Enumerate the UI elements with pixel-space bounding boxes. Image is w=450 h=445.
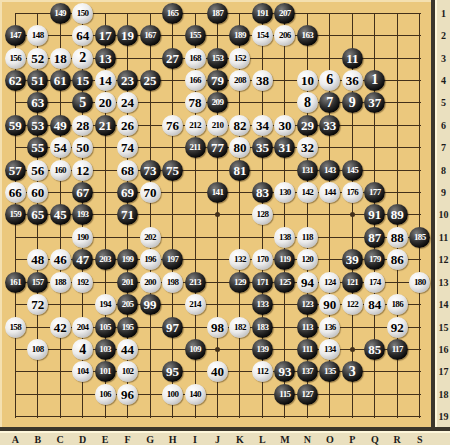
- black-stone-D5-move-5[interactable]: 5: [72, 92, 93, 113]
- board-cell-E16[interactable]: 103: [94, 338, 116, 360]
- white-stone-L4-move-38[interactable]: 38: [252, 70, 273, 91]
- board-cell-F12[interactable]: 199: [116, 249, 138, 271]
- board-cell-L18[interactable]: [251, 383, 273, 405]
- board-cell-J7[interactable]: 77: [206, 137, 228, 159]
- white-stone-E5-move-20[interactable]: 20: [95, 92, 116, 113]
- board-cell-A19[interactable]: [4, 406, 26, 428]
- white-stone-R15-move-92[interactable]: 92: [387, 317, 408, 338]
- black-stone-J1-move-187[interactable]: 187: [207, 3, 228, 24]
- board-cell-C3[interactable]: 18: [49, 47, 71, 69]
- board-cell-R17[interactable]: [386, 361, 408, 383]
- board-cell-D12[interactable]: 47: [71, 249, 93, 271]
- board-cell-L12[interactable]: 170: [251, 249, 273, 271]
- board-cell-N13[interactable]: 94: [296, 271, 318, 293]
- white-stone-H13-move-198[interactable]: 198: [162, 272, 183, 293]
- board-cell-C5[interactable]: [49, 92, 71, 114]
- board-cell-R3[interactable]: [386, 47, 408, 69]
- board-cell-D2[interactable]: 64: [71, 24, 93, 46]
- white-stone-K15-move-182[interactable]: 182: [229, 317, 250, 338]
- board-cell-G14[interactable]: 99: [139, 293, 161, 315]
- white-stone-K4-move-208[interactable]: 208: [229, 70, 250, 91]
- board-cell-D5[interactable]: 5: [71, 92, 93, 114]
- black-stone-N16-move-111[interactable]: 111: [297, 339, 318, 360]
- board-cell-I9[interactable]: [184, 181, 206, 203]
- board-cell-B5[interactable]: 63: [26, 92, 48, 114]
- board-cell-S13[interactable]: 180: [409, 271, 431, 293]
- black-stone-N15-move-113[interactable]: 113: [297, 317, 318, 338]
- white-stone-D11-move-190[interactable]: 190: [72, 227, 93, 248]
- white-stone-H18-move-100[interactable]: 100: [162, 384, 183, 405]
- black-stone-O5-move-7[interactable]: 7: [319, 92, 340, 113]
- board-cell-F3[interactable]: [116, 47, 138, 69]
- board-cell-G17[interactable]: [139, 361, 161, 383]
- black-stone-M7-move-31[interactable]: 31: [274, 137, 295, 158]
- board-cell-D19[interactable]: [71, 406, 93, 428]
- board-cell-E4[interactable]: 14: [94, 69, 116, 91]
- black-stone-J5-move-209[interactable]: 209: [207, 92, 228, 113]
- board-cell-F13[interactable]: 201: [116, 271, 138, 293]
- board-cell-M3[interactable]: [274, 47, 296, 69]
- board-cell-D1[interactable]: 150: [71, 2, 93, 24]
- board-cell-C13[interactable]: 188: [49, 271, 71, 293]
- black-stone-P12-move-39[interactable]: 39: [342, 249, 363, 270]
- board-cell-S17[interactable]: [409, 361, 431, 383]
- board-cell-R11[interactable]: 88: [386, 226, 408, 248]
- board-cell-N5[interactable]: 8: [296, 92, 318, 114]
- board-cell-Q4[interactable]: 1: [364, 69, 386, 91]
- board-cell-Q16[interactable]: 85: [364, 338, 386, 360]
- board-cell-R19[interactable]: [386, 406, 408, 428]
- board-cell-D10[interactable]: 193: [71, 204, 93, 226]
- board-cell-A10[interactable]: 159: [4, 204, 26, 226]
- white-stone-K6-move-82[interactable]: 82: [229, 115, 250, 136]
- black-stone-B5-move-63[interactable]: 63: [27, 92, 48, 113]
- board-cell-J15[interactable]: 98: [206, 316, 228, 338]
- board-cell-D13[interactable]: 192: [71, 271, 93, 293]
- white-stone-C8-move-160[interactable]: 160: [50, 160, 71, 181]
- white-stone-D13-move-192[interactable]: 192: [72, 272, 93, 293]
- board-cell-O18[interactable]: [319, 383, 341, 405]
- board-cell-Q1[interactable]: [364, 2, 386, 24]
- board-cell-R8[interactable]: [386, 159, 408, 181]
- board-cell-B12[interactable]: 48: [26, 249, 48, 271]
- board-cell-L8[interactable]: [251, 159, 273, 181]
- board-cell-M10[interactable]: [274, 204, 296, 226]
- black-stone-E6-move-21[interactable]: 21: [95, 115, 116, 136]
- board-cell-N8[interactable]: 131: [296, 159, 318, 181]
- board-cell-I8[interactable]: [184, 159, 206, 181]
- board-cell-Q12[interactable]: 179: [364, 249, 386, 271]
- black-stone-S11-move-185[interactable]: 185: [409, 227, 430, 248]
- black-stone-N18-move-127[interactable]: 127: [297, 384, 318, 405]
- black-stone-B10-move-65[interactable]: 65: [27, 204, 48, 225]
- board-cell-K11[interactable]: [229, 226, 251, 248]
- white-stone-J17-move-40[interactable]: 40: [207, 361, 228, 382]
- board-cell-M6[interactable]: 30: [274, 114, 296, 136]
- black-stone-L13-move-171[interactable]: 171: [252, 272, 273, 293]
- board-cell-M5[interactable]: [274, 92, 296, 114]
- board-cell-O4[interactable]: 6: [319, 69, 341, 91]
- board-cell-E9[interactable]: [94, 181, 116, 203]
- board-cell-Q13[interactable]: 174: [364, 271, 386, 293]
- black-stone-N17-move-137[interactable]: 137: [297, 361, 318, 382]
- board-cell-A12[interactable]: [4, 249, 26, 271]
- board-cell-M1[interactable]: 207: [274, 2, 296, 24]
- black-stone-P8-move-145[interactable]: 145: [342, 160, 363, 181]
- board-cell-P2[interactable]: [341, 24, 363, 46]
- board-cell-D16[interactable]: 4: [71, 338, 93, 360]
- board-cell-P18[interactable]: [341, 383, 363, 405]
- board-cell-S11[interactable]: 185: [409, 226, 431, 248]
- board-cell-H3[interactable]: 27: [161, 47, 183, 69]
- board-cell-R10[interactable]: 89: [386, 204, 408, 226]
- black-stone-F2-move-19[interactable]: 19: [117, 25, 138, 46]
- board-cell-M16[interactable]: [274, 338, 296, 360]
- black-stone-D4-move-15[interactable]: 15: [72, 70, 93, 91]
- board-cell-C9[interactable]: [49, 181, 71, 203]
- board-cell-O17[interactable]: 135: [319, 361, 341, 383]
- board-cell-O15[interactable]: 136: [319, 316, 341, 338]
- board-cell-N1[interactable]: [296, 2, 318, 24]
- black-stone-A8-move-57[interactable]: 57: [5, 160, 26, 181]
- board-cell-J18[interactable]: [206, 383, 228, 405]
- board-cell-A7[interactable]: [4, 137, 26, 159]
- board-cell-A8[interactable]: 57: [4, 159, 26, 181]
- board-cell-K2[interactable]: 189: [229, 24, 251, 46]
- white-stone-G13-move-200[interactable]: 200: [140, 272, 161, 293]
- white-stone-A15-move-158[interactable]: 158: [5, 317, 26, 338]
- board-cell-L5[interactable]: [251, 92, 273, 114]
- black-stone-B7-move-55[interactable]: 55: [27, 137, 48, 158]
- board-cell-R18[interactable]: [386, 383, 408, 405]
- black-stone-Q11-move-87[interactable]: 87: [364, 227, 385, 248]
- black-stone-G4-move-25[interactable]: 25: [140, 70, 161, 91]
- board-cell-N15[interactable]: 113: [296, 316, 318, 338]
- board-cell-F18[interactable]: 96: [116, 383, 138, 405]
- board-cell-D11[interactable]: 190: [71, 226, 93, 248]
- white-stone-S13-move-180[interactable]: 180: [409, 272, 430, 293]
- white-stone-L6-move-34[interactable]: 34: [252, 115, 273, 136]
- board-cell-G1[interactable]: [139, 2, 161, 24]
- black-stone-K13-move-129[interactable]: 129: [229, 272, 250, 293]
- board-cell-O2[interactable]: [319, 24, 341, 46]
- board-cell-F9[interactable]: 69: [116, 181, 138, 203]
- white-stone-D2-move-64[interactable]: 64: [72, 25, 93, 46]
- white-stone-I4-move-166[interactable]: 166: [185, 70, 206, 91]
- board-cell-I10[interactable]: [184, 204, 206, 226]
- black-stone-E16-move-103[interactable]: 103: [95, 339, 116, 360]
- black-stone-L15-move-183[interactable]: 183: [252, 317, 273, 338]
- black-stone-H8-move-75[interactable]: 75: [162, 160, 183, 181]
- board-cell-O6[interactable]: 33: [319, 114, 341, 136]
- white-stone-K12-move-132[interactable]: 132: [229, 249, 250, 270]
- board-cell-H14[interactable]: [161, 293, 183, 315]
- black-stone-R16-move-117[interactable]: 117: [387, 339, 408, 360]
- black-stone-B13-move-157[interactable]: 157: [27, 272, 48, 293]
- board-cell-K3[interactable]: 152: [229, 47, 251, 69]
- board-cell-H13[interactable]: 198: [161, 271, 183, 293]
- board-cell-P10[interactable]: [341, 204, 363, 226]
- white-stone-R12-move-86[interactable]: 86: [387, 249, 408, 270]
- board-cell-C16[interactable]: [49, 338, 71, 360]
- board-cell-L6[interactable]: 34: [251, 114, 273, 136]
- board-cell-I3[interactable]: 168: [184, 47, 206, 69]
- board-cell-E3[interactable]: 13: [94, 47, 116, 69]
- board-cell-L14[interactable]: 133: [251, 293, 273, 315]
- board-cell-M11[interactable]: 138: [274, 226, 296, 248]
- board-cell-P15[interactable]: [341, 316, 363, 338]
- board-cell-F6[interactable]: 26: [116, 114, 138, 136]
- board-cell-J4[interactable]: 79: [206, 69, 228, 91]
- white-stone-R14-move-186[interactable]: 186: [387, 294, 408, 315]
- board-cell-C12[interactable]: 46: [49, 249, 71, 271]
- board-cell-F17[interactable]: 102: [116, 361, 138, 383]
- board-cell-N11[interactable]: 118: [296, 226, 318, 248]
- white-stone-N13-move-94[interactable]: 94: [297, 272, 318, 293]
- board-cell-N16[interactable]: 111: [296, 338, 318, 360]
- black-stone-A4-move-62[interactable]: 62: [5, 70, 26, 91]
- board-cell-I2[interactable]: 155: [184, 24, 206, 46]
- black-stone-C6-move-49[interactable]: 49: [50, 115, 71, 136]
- board-cell-K5[interactable]: [229, 92, 251, 114]
- black-stone-O6-move-33[interactable]: 33: [319, 115, 340, 136]
- white-stone-I6-move-212[interactable]: 212: [185, 115, 206, 136]
- black-stone-P5-move-9[interactable]: 9: [342, 92, 363, 113]
- board-cell-O1[interactable]: [319, 2, 341, 24]
- board-cell-Q18[interactable]: [364, 383, 386, 405]
- white-stone-F5-move-24[interactable]: 24: [117, 92, 138, 113]
- board-cell-F7[interactable]: 74: [116, 137, 138, 159]
- board-cell-M7[interactable]: 31: [274, 137, 296, 159]
- black-stone-A6-move-59[interactable]: 59: [5, 115, 26, 136]
- black-stone-J4-move-79[interactable]: 79: [207, 70, 228, 91]
- black-stone-A2-move-147[interactable]: 147: [5, 25, 26, 46]
- board-cell-I6[interactable]: 212: [184, 114, 206, 136]
- board-cell-K17[interactable]: [229, 361, 251, 383]
- board-cell-E2[interactable]: 17: [94, 24, 116, 46]
- board-cell-M17[interactable]: 93: [274, 361, 296, 383]
- board-cell-N6[interactable]: 29: [296, 114, 318, 136]
- board-cell-C19[interactable]: [49, 406, 71, 428]
- board-cell-A18[interactable]: [4, 383, 26, 405]
- board-cell-S9[interactable]: [409, 181, 431, 203]
- board-cell-H18[interactable]: 100: [161, 383, 183, 405]
- board-cell-M19[interactable]: [274, 406, 296, 428]
- board-cell-L17[interactable]: 112: [251, 361, 273, 383]
- board-cell-P19[interactable]: [341, 406, 363, 428]
- board-cell-B19[interactable]: [26, 406, 48, 428]
- black-stone-E12-move-203[interactable]: 203: [95, 249, 116, 270]
- board-cell-S7[interactable]: [409, 137, 431, 159]
- black-stone-L9-move-83[interactable]: 83: [252, 182, 273, 203]
- white-stone-N9-move-142[interactable]: 142: [297, 182, 318, 203]
- board-cell-A11[interactable]: [4, 226, 26, 248]
- board-cell-I15[interactable]: [184, 316, 206, 338]
- board-cell-F8[interactable]: 68: [116, 159, 138, 181]
- white-stone-F7-move-74[interactable]: 74: [117, 137, 138, 158]
- black-stone-M18-move-115[interactable]: 115: [274, 384, 295, 405]
- black-stone-F10-move-71[interactable]: 71: [117, 204, 138, 225]
- board-cell-B1[interactable]: [26, 2, 48, 24]
- board-cell-B8[interactable]: 56: [26, 159, 48, 181]
- board-cell-N18[interactable]: 127: [296, 383, 318, 405]
- board-cell-H9[interactable]: [161, 181, 183, 203]
- black-stone-G14-move-99[interactable]: 99: [140, 294, 161, 315]
- board-cell-K13[interactable]: 129: [229, 271, 251, 293]
- black-stone-M13-move-125[interactable]: 125: [274, 272, 295, 293]
- board-cell-A6[interactable]: 59: [4, 114, 26, 136]
- board-cell-H8[interactable]: 75: [161, 159, 183, 181]
- board-cell-L3[interactable]: [251, 47, 273, 69]
- black-stone-E3-move-13[interactable]: 13: [95, 48, 116, 69]
- black-stone-F9-move-69[interactable]: 69: [117, 182, 138, 203]
- board-cell-R2[interactable]: [386, 24, 408, 46]
- board-cell-H17[interactable]: 95: [161, 361, 183, 383]
- board-cell-M4[interactable]: [274, 69, 296, 91]
- board-cell-H12[interactable]: 197: [161, 249, 183, 271]
- black-stone-H3-move-27[interactable]: 27: [162, 48, 183, 69]
- board-cell-P12[interactable]: 39: [341, 249, 363, 271]
- board-cell-N2[interactable]: 163: [296, 24, 318, 46]
- board-cell-Q7[interactable]: [364, 137, 386, 159]
- white-stone-I14-move-214[interactable]: 214: [185, 294, 206, 315]
- board-cell-S14[interactable]: [409, 293, 431, 315]
- board-cell-B10[interactable]: 65: [26, 204, 48, 226]
- black-stone-G2-move-167[interactable]: 167: [140, 25, 161, 46]
- board-cell-G12[interactable]: 196: [139, 249, 161, 271]
- board-cell-E6[interactable]: 21: [94, 114, 116, 136]
- white-stone-L12-move-170[interactable]: 170: [252, 249, 273, 270]
- board-cell-G16[interactable]: [139, 338, 161, 360]
- white-stone-D16-move-4[interactable]: 4: [72, 339, 93, 360]
- black-stone-H17-move-95[interactable]: 95: [162, 361, 183, 382]
- white-stone-N4-move-10[interactable]: 10: [297, 70, 318, 91]
- white-stone-J6-move-210[interactable]: 210: [207, 115, 228, 136]
- board-cell-H6[interactable]: 76: [161, 114, 183, 136]
- white-stone-N5-move-8[interactable]: 8: [297, 92, 318, 113]
- board-cell-S6[interactable]: [409, 114, 431, 136]
- white-stone-J15-move-98[interactable]: 98: [207, 317, 228, 338]
- board-cell-J8[interactable]: [206, 159, 228, 181]
- board-cell-A3[interactable]: 156: [4, 47, 26, 69]
- white-stone-G11-move-202[interactable]: 202: [140, 227, 161, 248]
- board-cell-H15[interactable]: 97: [161, 316, 183, 338]
- board-cell-N14[interactable]: 123: [296, 293, 318, 315]
- board-cell-G3[interactable]: [139, 47, 161, 69]
- board-cell-J19[interactable]: [206, 406, 228, 428]
- board-cell-N3[interactable]: [296, 47, 318, 69]
- white-stone-C7-move-54[interactable]: 54: [50, 137, 71, 158]
- board-cell-I11[interactable]: [184, 226, 206, 248]
- white-stone-G12-move-196[interactable]: 196: [140, 249, 161, 270]
- black-stone-Q4-move-1[interactable]: 1: [364, 70, 385, 91]
- board-cell-H19[interactable]: [161, 406, 183, 428]
- board-cell-J3[interactable]: 153: [206, 47, 228, 69]
- black-stone-C10-move-45[interactable]: 45: [50, 204, 71, 225]
- white-stone-E14-move-194[interactable]: 194: [95, 294, 116, 315]
- black-stone-D12-move-47[interactable]: 47: [72, 249, 93, 270]
- board-cell-G13[interactable]: 200: [139, 271, 161, 293]
- board-cell-G6[interactable]: [139, 114, 161, 136]
- board-cell-E1[interactable]: [94, 2, 116, 24]
- black-stone-N6-move-29[interactable]: 29: [297, 115, 318, 136]
- board-cell-P7[interactable]: [341, 137, 363, 159]
- board-cell-I18[interactable]: 140: [184, 383, 206, 405]
- white-stone-I3-move-168[interactable]: 168: [185, 48, 206, 69]
- board-cell-Q14[interactable]: 84: [364, 293, 386, 315]
- board-cell-M13[interactable]: 125: [274, 271, 296, 293]
- board-cell-B17[interactable]: [26, 361, 48, 383]
- white-stone-M6-move-30[interactable]: 30: [274, 115, 295, 136]
- board-cell-I13[interactable]: 213: [184, 271, 206, 293]
- white-stone-F18-move-96[interactable]: 96: [117, 384, 138, 405]
- board-cell-H5[interactable]: [161, 92, 183, 114]
- white-stone-D15-move-204[interactable]: 204: [72, 317, 93, 338]
- black-stone-A13-move-161[interactable]: 161: [5, 272, 26, 293]
- board-cell-C4[interactable]: 61: [49, 69, 71, 91]
- board-cell-O5[interactable]: 7: [319, 92, 341, 114]
- board-cell-O12[interactable]: [319, 249, 341, 271]
- black-stone-P17-move-3[interactable]: 3: [342, 361, 363, 382]
- board-cell-N4[interactable]: 10: [296, 69, 318, 91]
- board-cell-B7[interactable]: 55: [26, 137, 48, 159]
- board-cell-B16[interactable]: 108: [26, 338, 48, 360]
- board-cell-G11[interactable]: 202: [139, 226, 161, 248]
- white-stone-F17-move-102[interactable]: 102: [117, 361, 138, 382]
- board-cell-K19[interactable]: [229, 406, 251, 428]
- board-cell-B6[interactable]: 53: [26, 114, 48, 136]
- board-cell-D4[interactable]: 15: [71, 69, 93, 91]
- board-cell-J6[interactable]: 210: [206, 114, 228, 136]
- black-stone-Q5-move-37[interactable]: 37: [364, 92, 385, 113]
- board-cell-S4[interactable]: [409, 69, 431, 91]
- board-cell-O13[interactable]: 124: [319, 271, 341, 293]
- board-cell-P4[interactable]: 36: [341, 69, 363, 91]
- black-stone-L14-move-133[interactable]: 133: [252, 294, 273, 315]
- black-stone-D10-move-193[interactable]: 193: [72, 204, 93, 225]
- board-cell-P5[interactable]: 9: [341, 92, 363, 114]
- board-cell-C10[interactable]: 45: [49, 204, 71, 226]
- black-stone-B4-move-51[interactable]: 51: [27, 70, 48, 91]
- board-cell-R13[interactable]: [386, 271, 408, 293]
- board-cell-C17[interactable]: [49, 361, 71, 383]
- board-cell-F16[interactable]: 44: [116, 338, 138, 360]
- board-cell-R9[interactable]: [386, 181, 408, 203]
- white-stone-M2-move-206[interactable]: 206: [274, 25, 295, 46]
- board-cell-M8[interactable]: [274, 159, 296, 181]
- board-cell-G2[interactable]: 167: [139, 24, 161, 46]
- board-cell-D15[interactable]: 204: [71, 316, 93, 338]
- black-stone-L1-move-191[interactable]: 191: [252, 3, 273, 24]
- board-cell-I1[interactable]: [184, 2, 206, 24]
- white-stone-D17-move-104[interactable]: 104: [72, 361, 93, 382]
- white-stone-C15-move-42[interactable]: 42: [50, 317, 71, 338]
- board-cell-S2[interactable]: [409, 24, 431, 46]
- board-cell-N7[interactable]: 32: [296, 137, 318, 159]
- black-stone-J7-move-77[interactable]: 77: [207, 137, 228, 158]
- board-cell-M12[interactable]: 119: [274, 249, 296, 271]
- board-cell-S5[interactable]: [409, 92, 431, 114]
- black-stone-C1-move-149[interactable]: 149: [50, 3, 71, 24]
- white-stone-O15-move-136[interactable]: 136: [319, 317, 340, 338]
- board-cell-H11[interactable]: [161, 226, 183, 248]
- white-stone-I5-move-78[interactable]: 78: [185, 92, 206, 113]
- white-stone-F16-move-44[interactable]: 44: [117, 339, 138, 360]
- board-cell-J5[interactable]: 209: [206, 92, 228, 114]
- board-cell-F2[interactable]: 19: [116, 24, 138, 46]
- board-cell-D6[interactable]: 28: [71, 114, 93, 136]
- board-cell-C15[interactable]: 42: [49, 316, 71, 338]
